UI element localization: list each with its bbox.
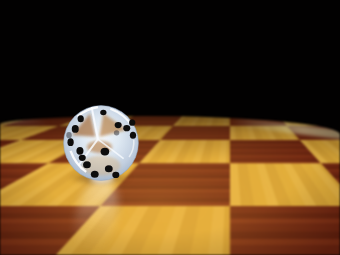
die <box>62 104 140 182</box>
chessboard <box>0 116 340 255</box>
die-pip <box>130 132 136 139</box>
die-pip <box>115 122 122 128</box>
die-pip <box>83 161 91 168</box>
die-pip <box>100 110 106 115</box>
die-pip <box>101 148 110 156</box>
board-square <box>230 140 321 163</box>
die-pip <box>66 132 71 138</box>
board-square <box>300 140 340 163</box>
photo-scene <box>0 0 340 255</box>
board-square <box>230 163 340 206</box>
die-pip <box>91 171 99 178</box>
board-square <box>160 126 230 140</box>
board-square <box>321 163 340 206</box>
board-square <box>230 206 340 255</box>
die-pip <box>67 138 73 146</box>
die-pip <box>72 125 79 133</box>
board-square <box>326 116 340 126</box>
die-pip <box>105 165 113 172</box>
die-pip <box>78 115 84 122</box>
board-grid <box>0 116 340 255</box>
die-pip <box>76 147 83 155</box>
die-pip <box>112 172 119 178</box>
die-pip <box>114 130 119 135</box>
die-pip <box>79 155 86 161</box>
die-pip <box>123 125 130 131</box>
board-square <box>173 116 230 126</box>
die-pip <box>129 120 135 126</box>
